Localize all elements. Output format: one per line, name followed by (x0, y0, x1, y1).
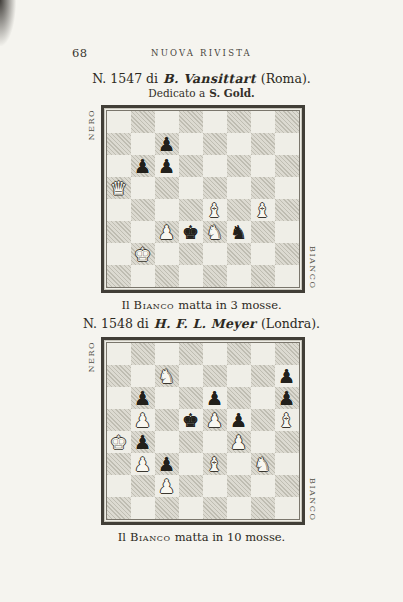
square-d4 (179, 431, 203, 453)
problem-author: H. F. L. Meyer (154, 316, 256, 331)
square-f5 (227, 177, 251, 199)
black-pawn-piece: ♟ (131, 431, 155, 453)
chessboard-1547: ♟♟♟♛♝♝♟♚♞♞♚ (106, 110, 300, 288)
square-f7 (227, 133, 251, 155)
caption-post: matta in 3 mosse. (178, 298, 281, 312)
square-f8 (227, 111, 251, 133)
square-e3: ♝ (203, 453, 227, 475)
square-h1 (275, 497, 299, 519)
square-h7 (275, 133, 299, 155)
square-d3: ♚ (179, 221, 203, 243)
white-pawn-piece: ♟ (155, 221, 179, 243)
square-a3 (107, 221, 131, 243)
square-f5: ♟ (227, 409, 251, 431)
square-e2 (203, 475, 227, 497)
square-a4 (107, 199, 131, 221)
square-g5 (251, 177, 275, 199)
square-a3 (107, 453, 131, 475)
problem-number: N. 1548 di (83, 316, 149, 331)
chessboard-1547-wrap: NERO BIANCO ♟♟♟♛♝♝♟♚♞♞♚ (101, 105, 303, 293)
square-c7: ♟ (155, 133, 179, 155)
caption-pre: Il (121, 298, 129, 312)
square-a6 (107, 387, 131, 409)
square-c5 (155, 409, 179, 431)
square-c5 (155, 177, 179, 199)
square-b5: ♟ (131, 409, 155, 431)
white-side-label: BIANCO (308, 478, 317, 522)
square-a8 (107, 111, 131, 133)
white-bishop-piece: ♝ (275, 409, 299, 431)
caption-pre: Il (118, 530, 126, 544)
square-f6 (227, 387, 251, 409)
square-c6 (155, 387, 179, 409)
square-g6 (251, 387, 275, 409)
square-h6 (275, 155, 299, 177)
square-d2 (179, 243, 203, 265)
square-d5: ♚ (179, 409, 203, 431)
square-e6 (203, 155, 227, 177)
square-c2: ♟ (155, 475, 179, 497)
problem-city: (Londra). (261, 316, 320, 331)
square-a4: ♚ (107, 431, 131, 453)
square-a1 (107, 265, 131, 287)
square-f6 (227, 155, 251, 177)
square-d7 (179, 133, 203, 155)
square-h5: ♝ (275, 409, 299, 431)
chessboard-1548-wrap: NERO BIANCO ♞♟♟♟♟♟♚♟♟♝♚♟♟♟♟♝♞♟ (101, 337, 303, 525)
square-b2 (131, 475, 155, 497)
square-d1 (179, 265, 203, 287)
square-h1 (275, 265, 299, 287)
square-f4 (227, 199, 251, 221)
square-e5 (203, 177, 227, 199)
black-pawn-piece: ♟ (155, 453, 179, 475)
black-king-piece: ♚ (179, 221, 203, 243)
square-c4 (155, 199, 179, 221)
square-b3 (131, 221, 155, 243)
square-e7 (203, 365, 227, 387)
square-e4 (203, 431, 227, 453)
square-g3: ♞ (251, 453, 275, 475)
square-h4 (275, 199, 299, 221)
square-e4: ♝ (203, 199, 227, 221)
square-c1 (155, 497, 179, 519)
square-h2 (275, 475, 299, 497)
square-g6 (251, 155, 275, 177)
square-g8 (251, 343, 275, 365)
square-g4 (251, 431, 275, 453)
square-h3 (275, 221, 299, 243)
white-pawn-piece: ♟ (227, 431, 251, 453)
black-pawn-piece: ♟ (203, 387, 227, 409)
black-pawn-piece: ♟ (131, 387, 155, 409)
square-b8 (131, 111, 155, 133)
square-f7 (227, 365, 251, 387)
square-d6 (179, 387, 203, 409)
black-king-piece: ♚ (179, 409, 203, 431)
black-pawn-piece: ♟ (131, 155, 155, 177)
square-f8 (227, 343, 251, 365)
square-c3: ♟ (155, 453, 179, 475)
white-knight-piece: ♞ (203, 221, 227, 243)
caption-post: matta in 10 mosse. (175, 530, 286, 544)
square-c2 (155, 243, 179, 265)
square-a8 (107, 343, 131, 365)
white-side-label: BIANCO (308, 246, 317, 290)
chessboard-1548: ♞♟♟♟♟♟♚♟♟♝♚♟♟♟♟♝♞♟ (106, 342, 300, 520)
square-d4 (179, 199, 203, 221)
white-pawn-piece: ♟ (155, 475, 179, 497)
problem-1547-heading: N. 1547 di B. Vansittart (Roma). (0, 71, 403, 86)
caption-side: Bianco (134, 298, 175, 312)
square-e6: ♟ (203, 387, 227, 409)
square-b1 (131, 497, 155, 519)
white-bishop-piece: ♝ (203, 453, 227, 475)
chessboard-1548-frame: ♞♟♟♟♟♟♚♟♟♝♚♟♟♟♟♝♞♟ (101, 337, 305, 525)
square-h5 (275, 177, 299, 199)
black-pawn-piece: ♟ (155, 133, 179, 155)
square-g8 (251, 111, 275, 133)
square-c6: ♟ (155, 155, 179, 177)
black-pawn-piece: ♟ (275, 387, 299, 409)
square-d1 (179, 497, 203, 519)
square-b7 (131, 133, 155, 155)
problem-1547-stipulation: Il Bianco matta in 3 mosse. (0, 298, 403, 312)
square-c1 (155, 265, 179, 287)
square-h2 (275, 243, 299, 265)
square-e8 (203, 111, 227, 133)
square-d7 (179, 365, 203, 387)
square-f2 (227, 475, 251, 497)
white-king-piece: ♚ (131, 243, 155, 265)
square-b7 (131, 365, 155, 387)
square-b4 (131, 199, 155, 221)
square-e2 (203, 243, 227, 265)
square-a2 (107, 243, 131, 265)
square-g7 (251, 365, 275, 387)
black-pawn-piece: ♟ (155, 155, 179, 177)
square-b3: ♟ (131, 453, 155, 475)
magazine-page: 68 NUOVA RIVISTA N. 1547 di B. Vansittar… (0, 0, 403, 602)
square-e1 (203, 265, 227, 287)
square-g2 (251, 243, 275, 265)
square-a5 (107, 409, 131, 431)
problem-number: N. 1547 di (92, 71, 158, 86)
square-c8 (155, 111, 179, 133)
white-pawn-piece: ♟ (131, 453, 155, 475)
black-knight-piece: ♞ (227, 221, 251, 243)
caption-side: Bianco (130, 530, 171, 544)
square-d2 (179, 475, 203, 497)
square-a5: ♛ (107, 177, 131, 199)
square-g3 (251, 221, 275, 243)
square-g1 (251, 497, 275, 519)
square-a1 (107, 497, 131, 519)
square-h7: ♟ (275, 365, 299, 387)
black-pawn-piece: ♟ (227, 409, 251, 431)
square-e3: ♞ (203, 221, 227, 243)
square-d8 (179, 111, 203, 133)
square-g1 (251, 265, 275, 287)
square-f1 (227, 497, 251, 519)
square-g5 (251, 409, 275, 431)
square-f1 (227, 265, 251, 287)
problem-1548-heading: N. 1548 di H. F. L. Meyer (Londra). (0, 316, 403, 331)
square-h8 (275, 343, 299, 365)
square-d3 (179, 453, 203, 475)
white-bishop-piece: ♝ (203, 199, 227, 221)
square-h8 (275, 111, 299, 133)
square-b2: ♚ (131, 243, 155, 265)
square-h3 (275, 453, 299, 475)
square-d8 (179, 343, 203, 365)
square-h4 (275, 431, 299, 453)
page-header: 68 NUOVA RIVISTA (0, 46, 403, 60)
square-f4: ♟ (227, 431, 251, 453)
square-e1 (203, 497, 227, 519)
problem-1547-dedication: Dedicato a S. Gold. (0, 87, 403, 99)
white-knight-piece: ♞ (251, 453, 275, 475)
square-b6: ♟ (131, 387, 155, 409)
square-e7 (203, 133, 227, 155)
problem-author: B. Vansittart (163, 71, 256, 86)
square-c4 (155, 431, 179, 453)
square-c7: ♞ (155, 365, 179, 387)
square-c8 (155, 343, 179, 365)
square-g7 (251, 133, 275, 155)
square-a7 (107, 133, 131, 155)
square-g2 (251, 475, 275, 497)
square-d6 (179, 155, 203, 177)
black-side-label: NERO (87, 341, 96, 372)
dedication-name: S. Gold. (209, 87, 254, 99)
white-queen-piece: ♛ (107, 177, 131, 199)
problem-1548-stipulation: Il Bianco matta in 10 mosse. (0, 530, 403, 544)
white-king-piece: ♚ (107, 431, 131, 453)
black-pawn-piece: ♟ (275, 365, 299, 387)
square-d5 (179, 177, 203, 199)
square-a7 (107, 365, 131, 387)
square-e5: ♟ (203, 409, 227, 431)
dedication-prefix: Dedicato a (148, 87, 205, 99)
square-h6: ♟ (275, 387, 299, 409)
square-b6: ♟ (131, 155, 155, 177)
square-b1 (131, 265, 155, 287)
white-knight-piece: ♞ (155, 365, 179, 387)
square-b5 (131, 177, 155, 199)
white-pawn-piece: ♟ (203, 409, 227, 431)
square-e8 (203, 343, 227, 365)
problem-city: (Roma). (261, 71, 311, 86)
journal-title: NUOVA RIVISTA (0, 48, 403, 58)
square-g4: ♝ (251, 199, 275, 221)
square-a6 (107, 155, 131, 177)
white-bishop-piece: ♝ (251, 199, 275, 221)
black-side-label: NERO (87, 109, 96, 140)
chessboard-1547-frame: ♟♟♟♛♝♝♟♚♞♞♚ (101, 105, 305, 293)
square-f3: ♞ (227, 221, 251, 243)
square-b8 (131, 343, 155, 365)
square-b4: ♟ (131, 431, 155, 453)
white-pawn-piece: ♟ (131, 409, 155, 431)
square-f3 (227, 453, 251, 475)
square-f2 (227, 243, 251, 265)
square-c3: ♟ (155, 221, 179, 243)
square-a2 (107, 475, 131, 497)
